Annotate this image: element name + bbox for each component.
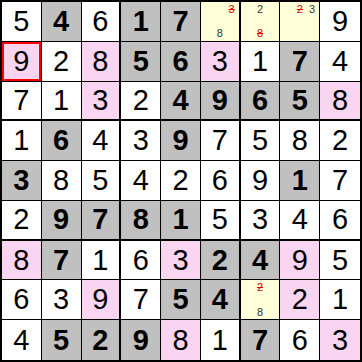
solved-digit: 2 [133, 86, 149, 115]
given-digit: 7 [53, 246, 69, 275]
solved-digit: 5 [92, 166, 108, 195]
cell-r3c5[interactable]: 4 [161, 82, 201, 122]
given-digit: 1 [172, 205, 188, 234]
solved-digit: 6 [13, 285, 29, 314]
pencil-marks: 23 [281, 3, 318, 40]
cell-r2c3[interactable]: 8 [82, 42, 122, 82]
pencil-marks: 28 [242, 281, 279, 318]
cell-r9c1[interactable]: 4 [2, 320, 42, 360]
cell-r8c3[interactable]: 9 [82, 280, 122, 320]
cell-r5c6[interactable]: 6 [201, 161, 241, 201]
cell-r1c9[interactable]: 9 [320, 2, 360, 42]
solved-digit: 5 [252, 126, 268, 155]
solved-digit: 8 [172, 326, 188, 355]
given-digit: 9 [133, 326, 149, 355]
solved-digit: 7 [133, 285, 149, 314]
cell-r1c1[interactable]: 5 [2, 2, 42, 42]
given-digit: 6 [53, 126, 69, 155]
solved-digit: 5 [212, 205, 228, 234]
solved-digit: 4 [133, 166, 149, 195]
cell-r9c7[interactable]: 7 [241, 320, 281, 360]
given-digit: 5 [172, 285, 188, 314]
solved-digit: 4 [13, 326, 29, 355]
solved-digit: 1 [92, 246, 108, 275]
given-digit: 2 [92, 326, 108, 355]
candidate-3-eliminated: 3 [226, 3, 238, 15]
solved-digit: 4 [292, 205, 308, 234]
solved-digit: 9 [13, 47, 29, 76]
cell-r2c2[interactable]: 2 [42, 42, 82, 82]
cell-r6c6[interactable]: 5 [201, 201, 241, 241]
solved-digit: 8 [332, 86, 348, 115]
given-digit: 4 [53, 7, 69, 36]
cell-r4c1[interactable]: 1 [2, 121, 42, 161]
given-digit: 9 [212, 86, 228, 115]
given-digit: 1 [133, 7, 149, 36]
cell-r7c1[interactable]: 8 [2, 241, 42, 281]
solved-digit: 2 [332, 126, 348, 155]
solved-digit: 8 [53, 166, 69, 195]
cell-r8c8[interactable]: 2 [280, 280, 320, 320]
solved-digit: 3 [53, 285, 69, 314]
solved-digit: 5 [13, 7, 29, 36]
cell-r7c8[interactable]: 9 [280, 241, 320, 281]
cell-r7c3[interactable]: 1 [82, 241, 122, 281]
cell-r2c1[interactable]: 9 [2, 42, 42, 82]
given-digit: 9 [53, 205, 69, 234]
solved-digit: 2 [13, 205, 29, 234]
solved-digit: 3 [332, 326, 348, 355]
cell-r4c3[interactable]: 4 [82, 121, 122, 161]
given-digit: 1 [292, 166, 308, 195]
cell-r1c8[interactable]: 23 [280, 2, 320, 42]
given-digit: 8 [133, 205, 149, 234]
solved-digit: 9 [332, 7, 348, 36]
cell-r3c1[interactable]: 7 [2, 82, 42, 122]
cell-r6c5[interactable]: 1 [161, 201, 201, 241]
solved-digit: 1 [212, 326, 228, 355]
cell-r6c1[interactable]: 2 [2, 201, 42, 241]
cell-r7c2[interactable]: 7 [42, 241, 82, 281]
cell-r5c4[interactable]: 4 [121, 161, 161, 201]
given-digit: 5 [53, 326, 69, 355]
candidate-8: 8 [214, 28, 226, 40]
cell-r7c9[interactable]: 5 [320, 241, 360, 281]
cell-r9c5[interactable]: 8 [161, 320, 201, 360]
cell-r1c7[interactable]: 28 [241, 2, 281, 42]
cell-r8c5[interactable]: 5 [161, 280, 201, 320]
given-digit: 7 [252, 326, 268, 355]
cell-r8c4[interactable]: 7 [121, 280, 161, 320]
solved-digit: 8 [92, 47, 108, 76]
cell-r5c1[interactable]: 3 [2, 161, 42, 201]
cell-r8c6[interactable]: 4 [201, 280, 241, 320]
cell-r4c6[interactable]: 7 [201, 121, 241, 161]
candidate-2-eliminated: 2 [294, 3, 306, 15]
solved-digit: 9 [292, 246, 308, 275]
cell-r1c6[interactable]: 38 [201, 2, 241, 42]
cell-r9c4[interactable]: 9 [121, 320, 161, 360]
given-digit: 4 [212, 285, 228, 314]
cell-r2c7[interactable]: 1 [241, 42, 281, 82]
given-digit: 4 [252, 246, 268, 275]
cell-r3c2[interactable]: 1 [42, 82, 82, 122]
solved-digit: 9 [252, 166, 268, 195]
given-digit: 4 [172, 86, 188, 115]
solved-digit: 4 [92, 126, 108, 155]
solved-digit: 8 [292, 126, 308, 155]
cell-r9c3[interactable]: 2 [82, 320, 122, 360]
cell-r6c7[interactable]: 3 [241, 201, 281, 241]
solved-digit: 1 [13, 126, 29, 155]
cell-r3c6[interactable]: 9 [201, 82, 241, 122]
cell-r1c5[interactable]: 7 [161, 2, 201, 42]
candidate-8: 8 [254, 306, 266, 318]
solved-digit: 3 [92, 86, 108, 115]
solved-digit: 9 [92, 285, 108, 314]
cell-r7c5[interactable]: 3 [161, 241, 201, 281]
solved-digit: 3 [172, 246, 188, 275]
cell-r3c3[interactable]: 3 [82, 82, 122, 122]
given-digit: 6 [252, 86, 268, 115]
solved-digit: 6 [133, 246, 149, 275]
solved-digit: 6 [292, 326, 308, 355]
cell-r2c8[interactable]: 7 [280, 42, 320, 82]
cell-r9c6[interactable]: 1 [201, 320, 241, 360]
cell-r4c9[interactable]: 2 [320, 121, 360, 161]
solved-digit: 6 [212, 166, 228, 195]
cell-r9c8[interactable]: 6 [280, 320, 320, 360]
cell-r7c4[interactable]: 6 [121, 241, 161, 281]
cell-r9c2[interactable]: 5 [42, 320, 82, 360]
candidate-2-eliminated: 2 [254, 281, 266, 293]
cell-r3c9[interactable]: 8 [320, 82, 360, 122]
cell-r1c2[interactable]: 4 [42, 2, 82, 42]
cell-r5c7[interactable]: 9 [241, 161, 281, 201]
cell-r6c8[interactable]: 4 [280, 201, 320, 241]
solved-digit: 8 [13, 246, 29, 275]
cell-r2c4[interactable]: 5 [121, 42, 161, 82]
cell-r5c8[interactable]: 1 [280, 161, 320, 201]
cell-r8c7[interactable]: 28 [241, 280, 281, 320]
given-digit: 7 [292, 47, 308, 76]
cell-r1c3[interactable]: 6 [82, 2, 122, 42]
given-digit: 5 [133, 47, 149, 76]
given-digit: 9 [172, 126, 188, 155]
cell-r6c2[interactable]: 9 [42, 201, 82, 241]
cell-r3c8[interactable]: 5 [280, 82, 320, 122]
cell-r4c5[interactable]: 9 [161, 121, 201, 161]
cell-r6c3[interactable]: 7 [82, 201, 122, 241]
candidate-3: 3 [306, 3, 318, 15]
given-digit: 5 [292, 86, 308, 115]
cell-r6c4[interactable]: 8 [121, 201, 161, 241]
cell-r2c6[interactable]: 3 [201, 42, 241, 82]
cell-r5c3[interactable]: 5 [82, 161, 122, 201]
cell-r4c7[interactable]: 5 [241, 121, 281, 161]
given-digit: 7 [172, 7, 188, 36]
cell-r4c2[interactable]: 6 [42, 121, 82, 161]
cell-r6c9[interactable]: 6 [320, 201, 360, 241]
solved-digit: 1 [332, 285, 348, 314]
cell-r5c2[interactable]: 8 [42, 161, 82, 201]
cell-r8c1[interactable]: 6 [2, 280, 42, 320]
solved-digit: 1 [252, 47, 268, 76]
cell-r8c2[interactable]: 3 [42, 280, 82, 320]
solved-digit: 2 [172, 166, 188, 195]
sudoku-board: 5461738282399285631747132496581643975823… [0, 0, 362, 362]
given-digit: 2 [212, 246, 228, 275]
candidate-8-eliminated: 8 [254, 28, 266, 40]
cell-r8c9[interactable]: 1 [320, 280, 360, 320]
solved-digit: 7 [13, 86, 29, 115]
solved-digit: 3 [252, 205, 268, 234]
solved-digit: 3 [212, 47, 228, 76]
candidate-2: 2 [254, 3, 266, 15]
cell-r2c9[interactable]: 4 [320, 42, 360, 82]
solved-digit: 6 [92, 7, 108, 36]
pencil-marks: 28 [242, 3, 279, 40]
solved-digit: 2 [53, 47, 69, 76]
cell-r4c4[interactable]: 3 [121, 121, 161, 161]
cell-r3c7[interactable]: 6 [241, 82, 281, 122]
cell-r7c7[interactable]: 4 [241, 241, 281, 281]
solved-digit: 7 [212, 126, 228, 155]
given-digit: 7 [92, 205, 108, 234]
cell-r1c4[interactable]: 1 [121, 2, 161, 42]
cell-r3c4[interactable]: 2 [121, 82, 161, 122]
solved-digit: 5 [332, 246, 348, 275]
solved-digit: 3 [133, 126, 149, 155]
cell-r4c8[interactable]: 8 [280, 121, 320, 161]
cell-r9c9[interactable]: 3 [320, 320, 360, 360]
solved-digit: 2 [292, 285, 308, 314]
pencil-marks: 38 [202, 3, 238, 40]
solved-digit: 6 [332, 205, 348, 234]
cell-r5c5[interactable]: 2 [161, 161, 201, 201]
given-digit: 6 [172, 47, 188, 76]
solved-digit: 7 [332, 166, 348, 195]
cell-r7c6[interactable]: 2 [201, 241, 241, 281]
solved-digit: 1 [53, 86, 69, 115]
cell-r2c5[interactable]: 6 [161, 42, 201, 82]
solved-digit: 4 [332, 47, 348, 76]
given-digit: 3 [13, 166, 29, 195]
cell-r5c9[interactable]: 7 [320, 161, 360, 201]
